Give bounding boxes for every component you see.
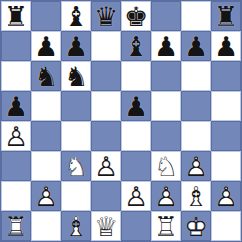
piece-white-knight[interactable]: ♞♘ — [151, 151, 181, 181]
piece-black-rook[interactable]: ♜ — [1, 1, 31, 31]
black-piece-glyph: ♟ — [211, 31, 241, 61]
square-d4[interactable] — [91, 121, 121, 151]
square-g6[interactable] — [181, 61, 211, 91]
square-a6[interactable] — [1, 61, 31, 91]
square-a1[interactable]: ♜♖ — [1, 211, 31, 241]
piece-white-rook[interactable]: ♜♖ — [1, 211, 31, 241]
square-a4[interactable]: ♟♙ — [1, 121, 31, 151]
square-h4[interactable] — [211, 121, 241, 151]
piece-white-knight[interactable]: ♞♘ — [61, 151, 91, 181]
square-d2[interactable] — [91, 181, 121, 211]
white-piece-outline-layer: ♗ — [181, 181, 211, 211]
piece-white-pawn[interactable]: ♟♙ — [151, 181, 181, 211]
square-h1[interactable] — [211, 211, 241, 241]
piece-white-bishop[interactable]: ♝♗ — [61, 211, 91, 241]
piece-black-rook[interactable]: ♜ — [211, 1, 241, 31]
black-piece-glyph: ♝ — [121, 31, 151, 61]
square-e5[interactable]: ♟ — [121, 91, 151, 121]
square-a5[interactable]: ♟ — [1, 91, 31, 121]
piece-black-pawn[interactable]: ♟ — [121, 91, 151, 121]
square-c6[interactable]: ♞ — [61, 61, 91, 91]
square-c2[interactable] — [61, 181, 91, 211]
piece-white-rook[interactable]: ♜♖ — [151, 211, 181, 241]
square-b2[interactable]: ♟♙ — [31, 181, 61, 211]
square-g2[interactable]: ♝♗ — [181, 181, 211, 211]
black-piece-glyph: ♟ — [31, 31, 61, 61]
black-piece-glyph: ♟ — [61, 31, 91, 61]
white-piece-outline-layer: ♙ — [31, 181, 61, 211]
square-h2[interactable]: ♟♙ — [211, 181, 241, 211]
square-f1[interactable]: ♜♖ — [151, 211, 181, 241]
square-e4[interactable] — [121, 121, 151, 151]
square-e8[interactable]: ♚ — [121, 1, 151, 31]
square-d7[interactable] — [91, 31, 121, 61]
square-d6[interactable] — [91, 61, 121, 91]
square-c7[interactable]: ♟ — [61, 31, 91, 61]
square-b7[interactable]: ♟ — [31, 31, 61, 61]
square-d5[interactable] — [91, 91, 121, 121]
square-f8[interactable] — [151, 1, 181, 31]
square-e6[interactable] — [121, 61, 151, 91]
square-b5[interactable] — [31, 91, 61, 121]
chess-board: ♜♝♛♚♜♟♟♝♟♟♟♞♞♟♟♟♙♞♘♟♙♞♘♟♙♟♙♟♙♟♙♝♗♟♙♜♖♝♗♛… — [0, 0, 242, 242]
piece-white-pawn[interactable]: ♟♙ — [31, 181, 61, 211]
square-c1[interactable]: ♝♗ — [61, 211, 91, 241]
square-a7[interactable] — [1, 31, 31, 61]
square-g1[interactable]: ♚♔ — [181, 211, 211, 241]
piece-white-bishop[interactable]: ♝♗ — [181, 181, 211, 211]
square-g5[interactable] — [181, 91, 211, 121]
piece-black-queen[interactable]: ♛ — [91, 1, 121, 31]
piece-black-pawn[interactable]: ♟ — [31, 31, 61, 61]
square-b8[interactable] — [31, 1, 61, 31]
piece-white-pawn[interactable]: ♟♙ — [211, 181, 241, 211]
square-c8[interactable]: ♝ — [61, 1, 91, 31]
white-piece-outline-layer: ♙ — [181, 151, 211, 181]
black-piece-glyph: ♟ — [1, 91, 31, 121]
square-f4[interactable] — [151, 121, 181, 151]
white-piece-outline-layer: ♔ — [181, 211, 211, 241]
square-f6[interactable] — [151, 61, 181, 91]
square-b1[interactable] — [31, 211, 61, 241]
white-piece-outline-layer: ♙ — [1, 121, 31, 151]
square-f7[interactable]: ♟ — [151, 31, 181, 61]
square-b6[interactable]: ♞ — [31, 61, 61, 91]
black-piece-glyph: ♝ — [61, 1, 91, 31]
piece-black-knight[interactable]: ♞ — [61, 61, 91, 91]
square-b4[interactable] — [31, 121, 61, 151]
piece-black-king[interactable]: ♚ — [121, 1, 151, 31]
square-g8[interactable] — [181, 1, 211, 31]
white-piece-outline-layer: ♙ — [151, 181, 181, 211]
white-piece-outline-layer: ♖ — [1, 211, 31, 241]
square-e1[interactable] — [121, 211, 151, 241]
square-e3[interactable] — [121, 151, 151, 181]
white-piece-outline-layer: ♙ — [211, 181, 241, 211]
square-f5[interactable] — [151, 91, 181, 121]
black-piece-glyph: ♟ — [121, 91, 151, 121]
black-piece-glyph: ♟ — [181, 31, 211, 61]
black-piece-glyph: ♞ — [61, 61, 91, 91]
piece-white-queen[interactable]: ♛♕ — [91, 211, 121, 241]
white-piece-outline-layer: ♙ — [91, 151, 121, 181]
piece-black-knight[interactable]: ♞ — [31, 61, 61, 91]
white-piece-outline-layer: ♗ — [61, 211, 91, 241]
piece-white-king[interactable]: ♚♔ — [181, 211, 211, 241]
square-a2[interactable] — [1, 181, 31, 211]
square-b3[interactable] — [31, 151, 61, 181]
square-h3[interactable] — [211, 151, 241, 181]
white-piece-outline-layer: ♘ — [61, 151, 91, 181]
square-g3[interactable]: ♟♙ — [181, 151, 211, 181]
piece-white-pawn[interactable]: ♟♙ — [1, 121, 31, 151]
piece-black-bishop[interactable]: ♝ — [121, 31, 151, 61]
black-piece-glyph: ♜ — [1, 1, 31, 31]
black-piece-glyph: ♛ — [91, 1, 121, 31]
white-piece-outline-layer: ♕ — [91, 211, 121, 241]
square-g4[interactable] — [181, 121, 211, 151]
white-piece-outline-layer: ♘ — [151, 151, 181, 181]
piece-black-pawn[interactable]: ♟ — [211, 31, 241, 61]
white-piece-outline-layer: ♖ — [151, 211, 181, 241]
square-h8[interactable]: ♜ — [211, 1, 241, 31]
square-c4[interactable] — [61, 121, 91, 151]
white-piece-outline-layer: ♙ — [121, 181, 151, 211]
piece-black-pawn[interactable]: ♟ — [181, 31, 211, 61]
piece-black-bishop[interactable]: ♝ — [61, 1, 91, 31]
piece-white-pawn[interactable]: ♟♙ — [91, 151, 121, 181]
square-h6[interactable] — [211, 61, 241, 91]
square-c5[interactable] — [61, 91, 91, 121]
square-f3[interactable]: ♞♘ — [151, 151, 181, 181]
black-piece-glyph: ♚ — [121, 1, 151, 31]
square-e2[interactable]: ♟♙ — [121, 181, 151, 211]
square-a8[interactable]: ♜ — [1, 1, 31, 31]
piece-black-pawn[interactable]: ♟ — [151, 31, 181, 61]
black-piece-glyph: ♟ — [151, 31, 181, 61]
square-h5[interactable] — [211, 91, 241, 121]
square-h7[interactable]: ♟ — [211, 31, 241, 61]
black-piece-glyph: ♜ — [211, 1, 241, 31]
piece-black-pawn[interactable]: ♟ — [61, 31, 91, 61]
square-f2[interactable]: ♟♙ — [151, 181, 181, 211]
piece-white-pawn[interactable]: ♟♙ — [121, 181, 151, 211]
square-d3[interactable]: ♟♙ — [91, 151, 121, 181]
piece-white-pawn[interactable]: ♟♙ — [181, 151, 211, 181]
piece-black-pawn[interactable]: ♟ — [1, 91, 31, 121]
square-e7[interactable]: ♝ — [121, 31, 151, 61]
square-d1[interactable]: ♛♕ — [91, 211, 121, 241]
square-d8[interactable]: ♛ — [91, 1, 121, 31]
square-a3[interactable] — [1, 151, 31, 181]
square-c3[interactable]: ♞♘ — [61, 151, 91, 181]
square-g7[interactable]: ♟ — [181, 31, 211, 61]
black-piece-glyph: ♞ — [31, 61, 61, 91]
